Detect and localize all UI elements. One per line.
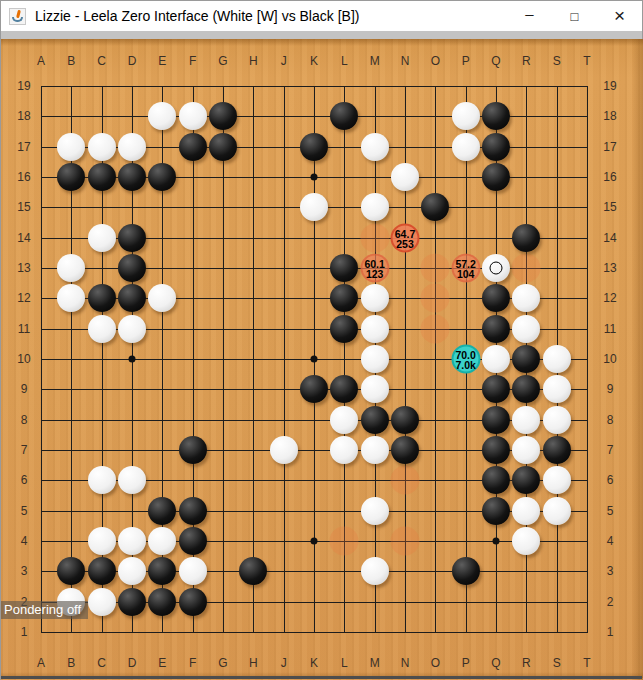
coord-label-bottom: R	[522, 656, 531, 670]
grid-line-vertical	[587, 86, 588, 633]
white-stone	[88, 224, 116, 252]
black-stone	[88, 163, 116, 191]
black-stone	[148, 588, 176, 616]
white-stone	[270, 436, 298, 464]
white-stone	[512, 497, 540, 525]
coord-label-top: S	[553, 54, 561, 68]
black-stone	[330, 375, 358, 403]
white-stone	[88, 315, 116, 343]
coord-label-top: C	[97, 54, 106, 68]
coord-label-bottom: L	[341, 656, 348, 670]
white-stone	[543, 497, 571, 525]
coord-label-top: K	[310, 54, 318, 68]
black-stone	[239, 557, 267, 585]
black-stone	[57, 163, 85, 191]
black-stone	[118, 224, 146, 252]
coord-label-top: A	[37, 54, 45, 68]
close-button[interactable]: ×	[597, 1, 642, 31]
coord-label-right: 1	[607, 625, 614, 639]
black-stone	[391, 406, 419, 434]
suggestion-P10[interactable]: 70.07.0k	[451, 345, 480, 374]
black-stone	[361, 406, 389, 434]
coord-label-right: 7	[607, 443, 614, 457]
coord-label-bottom: G	[218, 656, 227, 670]
white-stone	[57, 254, 85, 282]
maximize-button[interactable]: □	[552, 1, 597, 31]
suggestion-faint[interactable]	[360, 223, 389, 252]
coord-label-top: Q	[491, 54, 500, 68]
coord-label-left: 12	[17, 291, 30, 305]
black-stone	[179, 588, 207, 616]
white-stone	[300, 193, 328, 221]
white-stone	[482, 345, 510, 373]
white-stone	[118, 133, 146, 161]
white-stone	[148, 527, 176, 555]
coord-label-right: 4	[607, 534, 614, 548]
black-stone	[300, 133, 328, 161]
white-stone	[148, 284, 176, 312]
white-stone	[512, 315, 540, 343]
coord-label-left: 19	[17, 79, 30, 93]
coord-label-right: 14	[603, 231, 616, 245]
coord-label-right: 5	[607, 504, 614, 518]
white-stone	[361, 315, 389, 343]
coord-label-right: 6	[607, 473, 614, 487]
coord-label-right: 16	[603, 170, 616, 184]
black-stone	[482, 163, 510, 191]
white-stone	[543, 375, 571, 403]
black-stone	[148, 163, 176, 191]
white-stone	[512, 436, 540, 464]
coord-label-left: 8	[21, 413, 28, 427]
white-stone	[452, 102, 480, 130]
black-stone	[118, 284, 146, 312]
white-stone	[88, 466, 116, 494]
coord-label-right: 19	[603, 79, 616, 93]
black-stone	[482, 436, 510, 464]
suggestion-N14[interactable]: 64.7253	[391, 223, 420, 252]
pondering-status: Pondering off	[1, 601, 88, 619]
black-stone	[330, 284, 358, 312]
grid-line-horizontal	[41, 632, 588, 633]
black-stone	[482, 284, 510, 312]
coord-label-top: O	[431, 54, 440, 68]
coord-label-left: 17	[17, 140, 30, 154]
coord-label-bottom: D	[128, 656, 137, 670]
white-stone	[88, 133, 116, 161]
java-icon-cup	[12, 17, 23, 22]
black-stone	[421, 193, 449, 221]
suggestion-visits: 123	[366, 269, 384, 279]
coord-label-left: 4	[21, 534, 28, 548]
white-stone	[452, 133, 480, 161]
board-edge-shading-top	[1, 39, 643, 46]
coord-label-left: 10	[17, 352, 30, 366]
black-stone	[118, 588, 146, 616]
coord-label-right: 13	[603, 261, 616, 275]
black-stone	[512, 375, 540, 403]
black-stone	[179, 527, 207, 555]
black-stone	[88, 284, 116, 312]
white-stone	[118, 466, 146, 494]
white-stone	[179, 557, 207, 585]
coord-label-top: P	[462, 54, 470, 68]
black-stone	[482, 375, 510, 403]
white-stone	[330, 436, 358, 464]
coord-label-bottom: O	[431, 656, 440, 670]
coord-label-bottom: E	[158, 656, 166, 670]
black-stone	[452, 557, 480, 585]
star-point	[311, 356, 318, 363]
coord-label-top: B	[67, 54, 75, 68]
star-point	[129, 356, 136, 363]
coord-label-right: 8	[607, 413, 614, 427]
white-stone	[543, 345, 571, 373]
coord-label-left: 14	[17, 231, 30, 245]
coord-label-top: R	[522, 54, 531, 68]
suggestion-faint[interactable]	[421, 284, 450, 313]
white-stone	[361, 375, 389, 403]
white-stone	[512, 527, 540, 555]
coord-label-left: 7	[21, 443, 28, 457]
coord-label-bottom: J	[281, 656, 287, 670]
black-stone	[209, 102, 237, 130]
white-stone	[179, 102, 207, 130]
suggestion-P13[interactable]: 57.2104	[451, 254, 480, 283]
white-stone	[361, 497, 389, 525]
coord-label-top: J	[281, 54, 287, 68]
star-point	[311, 174, 318, 181]
black-stone	[148, 497, 176, 525]
coord-label-left: 15	[17, 200, 30, 214]
white-stone	[361, 436, 389, 464]
white-stone	[361, 345, 389, 373]
suggestion-faint[interactable]	[391, 527, 420, 556]
black-stone	[179, 436, 207, 464]
white-stone	[512, 406, 540, 434]
app-window: Lizzie - Leela Zero Interface (White [W]…	[0, 0, 643, 680]
coord-label-left: 16	[17, 170, 30, 184]
window-controls: – □ ×	[507, 1, 642, 31]
star-point	[311, 538, 318, 545]
white-stone	[391, 163, 419, 191]
coord-label-top: D	[128, 54, 137, 68]
coord-label-left: 5	[21, 504, 28, 518]
white-stone	[361, 133, 389, 161]
coord-label-left: 9	[21, 382, 28, 396]
coord-label-top: L	[341, 54, 348, 68]
black-stone	[482, 102, 510, 130]
suggestion-faint[interactable]	[391, 466, 420, 495]
coord-label-top: H	[249, 54, 258, 68]
white-stone	[361, 284, 389, 312]
suggestion-faint[interactable]	[512, 254, 541, 283]
black-stone	[118, 254, 146, 282]
suggestion-M13[interactable]: 60.1123	[360, 254, 389, 283]
coord-label-left: 6	[21, 473, 28, 487]
black-stone	[179, 497, 207, 525]
coord-label-right: 12	[603, 291, 616, 305]
coord-label-right: 10	[603, 352, 616, 366]
coord-label-left: 18	[17, 109, 30, 123]
coord-label-top: N	[401, 54, 410, 68]
coord-label-top: E	[158, 54, 166, 68]
minimize-button[interactable]: –	[507, 1, 552, 31]
coord-label-right: 3	[607, 564, 614, 578]
black-stone	[148, 557, 176, 585]
coord-label-left: 3	[21, 564, 28, 578]
title-bar[interactable]: Lizzie - Leela Zero Interface (White [W]…	[1, 1, 642, 31]
coord-label-top: M	[370, 54, 380, 68]
window-title: Lizzie - Leela Zero Interface (White [W]…	[35, 8, 359, 24]
coord-label-bottom: Q	[491, 656, 500, 670]
coord-label-right: 15	[603, 200, 616, 214]
coord-label-top: F	[189, 54, 196, 68]
black-stone	[179, 133, 207, 161]
black-stone	[209, 133, 237, 161]
suggestion-visits: 253	[396, 238, 414, 248]
coord-label-bottom: S	[553, 656, 561, 670]
black-stone	[391, 436, 419, 464]
white-stone	[118, 557, 146, 585]
coord-label-top: G	[218, 54, 227, 68]
coord-label-bottom: P	[462, 656, 470, 670]
coord-label-left: 1	[21, 625, 28, 639]
white-stone	[88, 588, 116, 616]
white-stone	[148, 102, 176, 130]
coord-label-bottom: M	[370, 656, 380, 670]
window-inner-strip	[1, 31, 642, 39]
white-stone	[361, 557, 389, 585]
white-stone	[543, 466, 571, 494]
black-stone	[482, 466, 510, 494]
black-stone	[512, 466, 540, 494]
coord-label-bottom: B	[67, 656, 75, 670]
coord-label-bottom: A	[37, 656, 45, 670]
suggestion-visits: 7.0k	[455, 360, 475, 370]
coord-label-left: 13	[17, 261, 30, 275]
black-stone	[482, 133, 510, 161]
coord-label-bottom: H	[249, 656, 258, 670]
board-edge-shading-right	[632, 39, 643, 680]
white-stone	[57, 284, 85, 312]
coord-label-bottom: N	[401, 656, 410, 670]
white-stone	[361, 193, 389, 221]
coord-label-top: T	[583, 54, 590, 68]
suggestion-visits: 104	[457, 269, 475, 279]
black-stone	[57, 557, 85, 585]
black-stone	[482, 497, 510, 525]
black-stone	[330, 254, 358, 282]
black-stone	[330, 315, 358, 343]
window-bottom-border	[1, 676, 642, 679]
java-app-icon	[9, 8, 26, 25]
coord-label-bottom: K	[310, 656, 318, 670]
white-stone	[88, 527, 116, 555]
coord-label-right: 18	[603, 109, 616, 123]
coord-label-right: 2	[607, 595, 614, 609]
black-stone	[330, 102, 358, 130]
coord-label-right: 17	[603, 140, 616, 154]
go-board[interactable]: AABBCCDDEEFFGGHHJJKKLLMMNNOOPPQQRRSSTT19…	[1, 39, 643, 680]
black-stone	[300, 375, 328, 403]
black-stone	[118, 163, 146, 191]
white-stone	[512, 284, 540, 312]
white-stone	[543, 406, 571, 434]
suggestion-faint[interactable]	[421, 254, 450, 283]
black-stone	[543, 436, 571, 464]
suggestion-faint[interactable]	[421, 314, 450, 343]
black-stone	[512, 224, 540, 252]
coord-label-right: 11	[604, 322, 616, 336]
black-stone	[482, 315, 510, 343]
grid-line-vertical	[435, 86, 436, 633]
coord-label-right: 9	[607, 382, 614, 396]
star-point	[493, 538, 500, 545]
white-stone	[118, 527, 146, 555]
coord-label-left: 11	[18, 322, 30, 336]
black-stone	[512, 345, 540, 373]
coord-label-bottom: T	[583, 656, 590, 670]
black-stone	[482, 406, 510, 434]
coord-label-bottom: F	[189, 656, 196, 670]
white-stone	[118, 315, 146, 343]
white-stone	[57, 133, 85, 161]
last-move-marker	[490, 262, 503, 275]
coord-label-bottom: C	[97, 656, 106, 670]
black-stone	[88, 557, 116, 585]
white-stone	[330, 406, 358, 434]
suggestion-faint[interactable]	[330, 527, 359, 556]
